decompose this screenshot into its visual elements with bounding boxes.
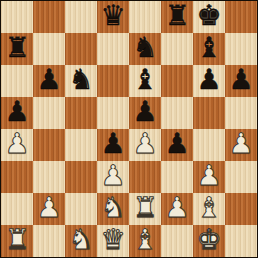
black-rook-a7: ♜: [4, 33, 29, 64]
chess-board: ♛♜♚♜♞♝♟♞♝♟♟♟♟♟♟♟♟♟♟♟♟♞♜♟♝♜♞♛♝♚: [0, 0, 258, 258]
square-g8[interactable]: ♚: [193, 1, 225, 33]
square-c8[interactable]: [65, 1, 97, 33]
black-knight-c6: ♞: [68, 65, 93, 96]
white-king-g1: ♚: [196, 225, 221, 256]
square-a7[interactable]: ♜: [1, 33, 33, 65]
square-a2[interactable]: [1, 193, 33, 225]
square-a8[interactable]: [1, 1, 33, 33]
square-c4[interactable]: [65, 129, 97, 161]
square-d7[interactable]: [97, 33, 129, 65]
square-g5[interactable]: [193, 97, 225, 129]
white-pawn-g3: ♟: [196, 161, 221, 192]
square-h5[interactable]: [225, 97, 257, 129]
square-g2[interactable]: ♝: [193, 193, 225, 225]
square-c2[interactable]: [65, 193, 97, 225]
square-b4[interactable]: [33, 129, 65, 161]
square-a3[interactable]: [1, 161, 33, 193]
square-a5[interactable]: ♟: [1, 97, 33, 129]
square-b3[interactable]: [33, 161, 65, 193]
square-e4[interactable]: ♟: [129, 129, 161, 161]
black-king-g8: ♚: [196, 1, 221, 32]
square-e1[interactable]: ♝: [129, 225, 161, 257]
white-rook-a1: ♜: [4, 225, 29, 256]
square-d4[interactable]: ♟: [97, 129, 129, 161]
square-g1[interactable]: ♚: [193, 225, 225, 257]
square-d2[interactable]: ♞: [97, 193, 129, 225]
square-h8[interactable]: [225, 1, 257, 33]
square-b7[interactable]: [33, 33, 65, 65]
square-f8[interactable]: ♜: [161, 1, 193, 33]
square-d8[interactable]: ♛: [97, 1, 129, 33]
square-e8[interactable]: [129, 1, 161, 33]
square-h7[interactable]: [225, 33, 257, 65]
white-pawn-d3: ♟: [100, 161, 125, 192]
black-bishop-g7: ♝: [196, 33, 221, 64]
square-g3[interactable]: ♟: [193, 161, 225, 193]
white-bishop-g2: ♝: [196, 193, 221, 224]
white-knight-d2: ♞: [100, 193, 125, 224]
black-pawn-f4: ♟: [164, 129, 189, 160]
white-knight-c1: ♞: [68, 225, 93, 256]
white-bishop-e1: ♝: [132, 225, 157, 256]
white-pawn-h4: ♟: [228, 129, 253, 160]
black-queen-d8: ♛: [100, 1, 125, 32]
square-b2[interactable]: ♟: [33, 193, 65, 225]
white-pawn-a4: ♟: [4, 129, 29, 160]
black-pawn-e5: ♟: [132, 97, 157, 128]
white-queen-d1: ♛: [100, 225, 125, 256]
square-a1[interactable]: ♜: [1, 225, 33, 257]
black-pawn-g6: ♟: [196, 65, 221, 96]
square-g7[interactable]: ♝: [193, 33, 225, 65]
black-bishop-e6: ♝: [132, 65, 157, 96]
white-rook-e2: ♜: [132, 193, 157, 224]
black-rook-f8: ♜: [164, 1, 189, 32]
square-g6[interactable]: ♟: [193, 65, 225, 97]
square-e6[interactable]: ♝: [129, 65, 161, 97]
square-c1[interactable]: ♞: [65, 225, 97, 257]
square-f1[interactable]: [161, 225, 193, 257]
square-h4[interactable]: ♟: [225, 129, 257, 161]
square-c6[interactable]: ♞: [65, 65, 97, 97]
square-h6[interactable]: ♟: [225, 65, 257, 97]
square-f5[interactable]: [161, 97, 193, 129]
square-a4[interactable]: ♟: [1, 129, 33, 161]
black-pawn-b6: ♟: [36, 65, 61, 96]
black-pawn-a5: ♟: [4, 97, 29, 128]
square-d5[interactable]: [97, 97, 129, 129]
square-e7[interactable]: ♞: [129, 33, 161, 65]
square-g4[interactable]: [193, 129, 225, 161]
square-d3[interactable]: ♟: [97, 161, 129, 193]
square-e3[interactable]: [129, 161, 161, 193]
white-pawn-e4: ♟: [132, 129, 157, 160]
square-c5[interactable]: [65, 97, 97, 129]
black-knight-e7: ♞: [132, 33, 157, 64]
square-f6[interactable]: [161, 65, 193, 97]
square-a6[interactable]: [1, 65, 33, 97]
black-pawn-h6: ♟: [228, 65, 253, 96]
square-e5[interactable]: ♟: [129, 97, 161, 129]
white-pawn-b2: ♟: [36, 193, 61, 224]
square-f4[interactable]: ♟: [161, 129, 193, 161]
square-c3[interactable]: [65, 161, 97, 193]
square-b6[interactable]: ♟: [33, 65, 65, 97]
square-b1[interactable]: [33, 225, 65, 257]
square-f3[interactable]: [161, 161, 193, 193]
square-h3[interactable]: [225, 161, 257, 193]
square-b8[interactable]: [33, 1, 65, 33]
square-h2[interactable]: [225, 193, 257, 225]
white-pawn-f2: ♟: [164, 193, 189, 224]
black-pawn-d4: ♟: [100, 129, 125, 160]
square-c7[interactable]: [65, 33, 97, 65]
square-d6[interactable]: [97, 65, 129, 97]
square-b5[interactable]: [33, 97, 65, 129]
square-d1[interactable]: ♛: [97, 225, 129, 257]
square-f2[interactable]: ♟: [161, 193, 193, 225]
square-f7[interactable]: [161, 33, 193, 65]
square-e2[interactable]: ♜: [129, 193, 161, 225]
square-h1[interactable]: [225, 225, 257, 257]
